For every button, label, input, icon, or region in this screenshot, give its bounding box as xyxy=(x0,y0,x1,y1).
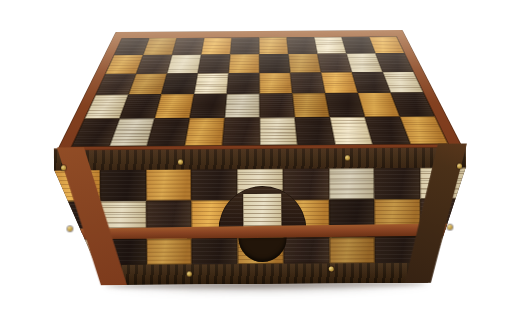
board-square xyxy=(161,73,198,94)
board-square xyxy=(146,168,192,200)
brass-pin xyxy=(177,159,182,164)
brass-pin xyxy=(328,266,333,271)
board-square xyxy=(383,72,424,93)
board-square xyxy=(321,72,358,93)
board-square xyxy=(230,37,259,54)
board-square xyxy=(288,54,321,73)
board-square xyxy=(225,94,260,118)
board-square xyxy=(292,93,329,117)
board-square xyxy=(155,94,194,118)
board-square xyxy=(222,118,260,146)
board-square xyxy=(259,54,290,73)
board-square xyxy=(375,53,413,72)
pin-layer xyxy=(0,0,519,2)
chess-box xyxy=(0,0,520,323)
brass-pin xyxy=(457,163,462,168)
board-square xyxy=(198,54,230,73)
board-square xyxy=(227,73,260,94)
board-square xyxy=(259,37,288,54)
board-square xyxy=(329,237,375,263)
board-square xyxy=(260,117,298,145)
brass-pin xyxy=(186,271,191,276)
board-square xyxy=(374,167,420,199)
board-square xyxy=(283,238,329,264)
board-square xyxy=(191,168,237,200)
brass-pin xyxy=(67,226,72,231)
board-square xyxy=(290,72,325,93)
board-square xyxy=(194,73,229,94)
arch-keystone xyxy=(243,194,281,230)
brass-pin xyxy=(344,155,349,160)
board-square xyxy=(369,36,404,53)
board-square xyxy=(229,54,260,73)
board-square xyxy=(259,73,292,94)
board-square xyxy=(295,117,335,145)
brass-pin xyxy=(447,224,452,229)
board-square xyxy=(172,38,204,55)
board-square xyxy=(185,118,225,146)
brass-pin xyxy=(61,165,66,170)
board-square xyxy=(260,94,295,118)
scene xyxy=(0,0,520,323)
board-square xyxy=(201,38,231,55)
board-square xyxy=(190,94,227,118)
chessboard-top-grid xyxy=(72,36,448,146)
board-square xyxy=(192,238,238,264)
board-square xyxy=(287,37,318,54)
board-square xyxy=(317,53,351,72)
board-square xyxy=(329,167,375,199)
board-square xyxy=(100,169,146,201)
board-square xyxy=(136,55,172,74)
board-square xyxy=(167,54,201,73)
board-square xyxy=(146,238,192,264)
box-top-face xyxy=(57,30,463,151)
